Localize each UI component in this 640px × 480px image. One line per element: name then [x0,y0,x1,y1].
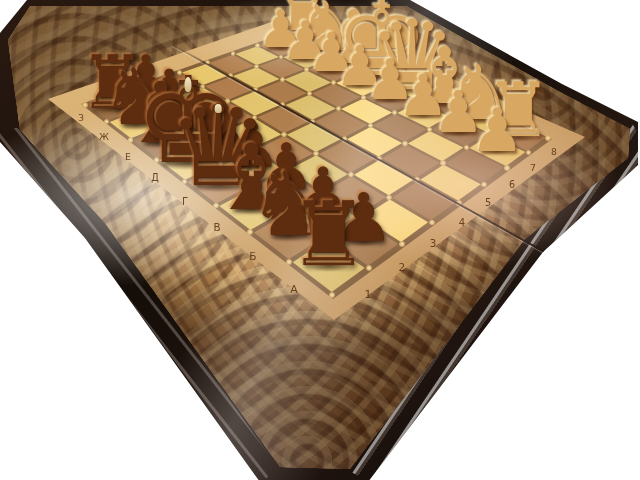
pieces-layer: ♜♞♝♛♚♝♞♜♟♟♟♟♟♟♟♟♟♟♟♟♟♟♟♟♜♞♝♛♚♝♞♜ [0,0,640,480]
piece-black-rook[interactable]: ♜ [289,190,369,279]
carved-wooden-chess-set: 1А2Б3В4Г5Д6Е7Ж8З ♜♞♝♛♚♝♞♜♟♟♟♟♟♟♟♟♟♟♟♟♟♟♟… [0,0,640,480]
queen-bone-finial [215,104,222,113]
piece-white-pawn[interactable]: ♟ [470,100,524,160]
